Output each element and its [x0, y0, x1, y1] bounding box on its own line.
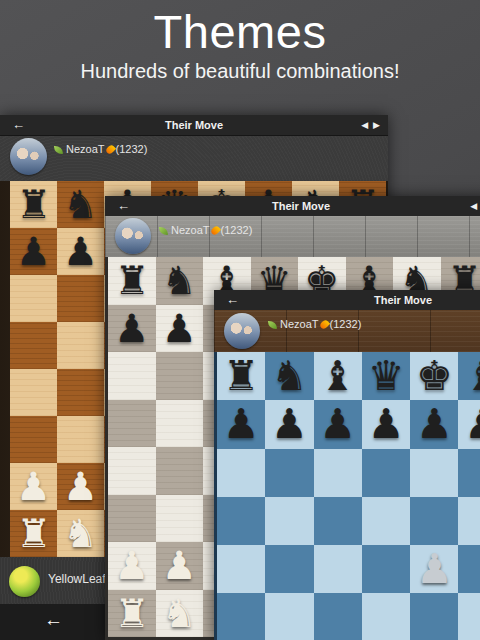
board-square[interactable]	[10, 322, 57, 369]
board-square[interactable]: ♟	[458, 400, 480, 448]
board-square[interactable]: ♜	[10, 510, 57, 557]
flame-icon	[104, 144, 115, 155]
leaf-icon	[159, 227, 168, 235]
player-avatar[interactable]	[9, 566, 40, 597]
board-square[interactable]: ♝	[458, 352, 480, 400]
page-subtitle: Hundreds of beautiful combinations!	[0, 60, 480, 83]
board-square[interactable]	[57, 369, 104, 416]
black-knight[interactable]: ♞	[57, 181, 104, 228]
board-square[interactable]: ♜	[108, 257, 156, 305]
board-square[interactable]: ♟	[156, 542, 204, 590]
chess-board[interactable]: ♜♞♝♛♚♝♞♜♟♟♟♟♟♟♟♟♟♟♟♟♟♟♟♟♜♞♝♛♚♝♞♜	[217, 352, 480, 640]
black-bishop[interactable]: ♝	[314, 352, 362, 400]
board-square[interactable]	[156, 352, 204, 400]
board-square[interactable]	[217, 497, 265, 545]
board-square[interactable]	[156, 447, 204, 495]
opponent-name-row: NezoaT(1232)	[159, 224, 252, 238]
page-title: Themes	[0, 4, 480, 59]
board-square[interactable]	[362, 545, 410, 593]
prev-game-icon[interactable]: ◀	[361, 120, 368, 130]
board-square[interactable]: ♛	[362, 352, 410, 400]
board-square[interactable]: ♟	[314, 400, 362, 448]
opponent-header: NezoaT(1232)	[214, 310, 480, 352]
board-square[interactable]	[156, 400, 204, 448]
opponent-rating: (1232)	[330, 318, 362, 330]
board-square[interactable]	[265, 449, 313, 497]
opponent-header: NezoaT(1232)	[105, 216, 480, 257]
board-square[interactable]: ♟	[410, 545, 458, 593]
board-square[interactable]: ♟	[156, 305, 204, 353]
board-square[interactable]: ♞	[156, 590, 204, 638]
opponent-name: NezoaT	[171, 224, 210, 236]
board-square[interactable]	[217, 593, 265, 640]
board-frame: ♜♞♝♛♚♝♞♜♟♟♟♟♟♟♟♟♟♟♟♟♟♟♟♟♜♞♝♛♚♝♞♜	[214, 352, 480, 640]
board-square[interactable]: ♟	[108, 305, 156, 353]
black-rook[interactable]: ♜	[108, 257, 156, 305]
black-bishop[interactable]: ♝	[458, 352, 480, 400]
board-square[interactable]: ♟	[265, 400, 313, 448]
board-square[interactable]	[314, 545, 362, 593]
white-knight[interactable]: ♞	[156, 590, 204, 638]
white-pawn[interactable]: ♟	[156, 542, 204, 590]
board-square[interactable]	[458, 449, 480, 497]
opponent-rating: (1232)	[116, 143, 148, 155]
black-pawn[interactable]: ♟	[314, 400, 362, 448]
turn-status-title: Their Move	[105, 196, 480, 216]
black-pawn[interactable]: ♟	[265, 400, 313, 448]
board-square[interactable]: ♟	[10, 463, 57, 510]
black-queen[interactable]: ♛	[362, 352, 410, 400]
opponent-name-row: NezoaT(1232)	[268, 318, 361, 332]
turn-status-title: Their Move	[214, 290, 480, 310]
board-square[interactable]	[458, 593, 480, 640]
next-game-icon[interactable]: ▶	[373, 120, 380, 130]
board-square[interactable]	[458, 497, 480, 545]
board-square[interactable]: ♜	[217, 352, 265, 400]
opponent-header: NezoaT(1232)	[0, 135, 388, 181]
opponent-avatar[interactable]	[224, 313, 260, 349]
black-pawn[interactable]: ♟	[410, 400, 458, 448]
board-square[interactable]: ♚	[410, 352, 458, 400]
leaf-icon	[54, 146, 63, 154]
board-square[interactable]	[314, 449, 362, 497]
board-square[interactable]	[108, 352, 156, 400]
app-top-bar: ← Their Move ◀▶	[0, 115, 388, 136]
white-rook[interactable]: ♜	[108, 590, 156, 638]
hero-banner: Themes Hundreds of beautiful combination…	[0, 0, 480, 115]
board-square[interactable]: ♞	[265, 352, 313, 400]
game-nav-arrows: ◀▶	[465, 196, 480, 216]
app-top-bar: ← Their Move ◀▶	[214, 290, 480, 311]
black-pawn[interactable]: ♟	[458, 400, 480, 448]
white-pawn[interactable]: ♟	[57, 463, 104, 510]
white-rook[interactable]: ♜	[10, 510, 57, 557]
turn-status-title: Their Move	[0, 115, 388, 135]
board-square[interactable]	[10, 369, 57, 416]
board-square[interactable]	[57, 322, 104, 369]
game-nav-arrows: ◀▶	[356, 115, 380, 135]
screenshot-blue-theme: ← Their Move ◀▶ NezoaT(1232) ♜♞♝♛♚♝♞♜♟♟♟…	[214, 290, 480, 640]
board-square[interactable]: ♝	[314, 352, 362, 400]
board-square[interactable]	[108, 400, 156, 448]
board-square[interactable]	[108, 495, 156, 543]
board-square[interactable]	[156, 495, 204, 543]
opponent-avatar[interactable]	[115, 218, 151, 254]
board-square[interactable]: ♞	[156, 257, 204, 305]
board-square[interactable]: ♜	[108, 590, 156, 638]
board-square[interactable]	[217, 545, 265, 593]
black-pawn[interactable]: ♟	[217, 400, 265, 448]
board-square[interactable]: ♟	[10, 228, 57, 275]
board-square[interactable]	[10, 275, 57, 322]
black-pawn[interactable]: ♟	[57, 228, 104, 275]
board-square[interactable]	[265, 545, 313, 593]
black-pawn[interactable]: ♟	[156, 305, 204, 353]
board-square[interactable]	[458, 545, 480, 593]
board-square[interactable]	[265, 497, 313, 545]
board-square[interactable]	[108, 447, 156, 495]
white-knight[interactable]: ♞	[57, 510, 104, 557]
opponent-name-row: NezoaT(1232)	[54, 143, 147, 157]
board-square[interactable]: ♟	[410, 400, 458, 448]
board-square[interactable]	[410, 449, 458, 497]
prev-game-icon[interactable]: ◀	[470, 201, 477, 211]
board-square[interactable]	[362, 593, 410, 640]
black-pawn[interactable]: ♟	[362, 400, 410, 448]
opponent-name: NezoaT	[280, 318, 319, 330]
board-square[interactable]: ♞	[57, 181, 104, 228]
board-square[interactable]: ♟	[108, 542, 156, 590]
white-pawn[interactable]: ♟	[10, 463, 57, 510]
board-square[interactable]	[57, 416, 104, 463]
flame-icon	[318, 319, 329, 330]
board-square[interactable]	[314, 593, 362, 640]
black-king[interactable]: ♚	[410, 352, 458, 400]
black-knight[interactable]: ♞	[156, 257, 204, 305]
opponent-name: NezoaT	[66, 143, 105, 155]
opponent-rating: (1232)	[221, 224, 253, 236]
board-square[interactable]: ♟	[362, 400, 410, 448]
promo-screen: Themes Hundreds of beautiful combination…	[0, 0, 480, 640]
board-square[interactable]	[314, 497, 362, 545]
black-rook[interactable]: ♜	[217, 352, 265, 400]
board-square[interactable]: ♜	[10, 181, 57, 228]
board-square[interactable]	[57, 275, 104, 322]
board-square[interactable]	[362, 449, 410, 497]
white-pawn[interactable]: ♟	[108, 542, 156, 590]
board-square[interactable]: ♞	[57, 510, 104, 557]
app-top-bar: ← Their Move ◀▶	[105, 196, 480, 217]
board-square[interactable]	[410, 497, 458, 545]
white-pawn[interactable]: ♟	[410, 545, 458, 593]
bottom-back-arrow-icon[interactable]: ←	[44, 609, 63, 631]
board-square[interactable]	[10, 416, 57, 463]
black-knight[interactable]: ♞	[265, 352, 313, 400]
board-square[interactable]	[265, 593, 313, 640]
board-square[interactable]: ♟	[217, 400, 265, 448]
leaf-icon	[268, 321, 277, 329]
black-pawn[interactable]: ♟	[108, 305, 156, 353]
board-square[interactable]	[410, 593, 458, 640]
board-square[interactable]: ♟	[57, 228, 104, 275]
flame-icon	[209, 225, 220, 236]
opponent-avatar[interactable]	[10, 138, 47, 175]
black-rook[interactable]: ♜	[10, 181, 57, 228]
black-pawn[interactable]: ♟	[10, 228, 57, 275]
board-square[interactable]: ♟	[57, 463, 104, 510]
board-square[interactable]	[217, 449, 265, 497]
board-square[interactable]	[362, 497, 410, 545]
